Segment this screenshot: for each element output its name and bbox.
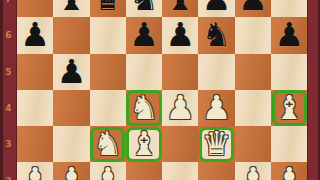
square-e2[interactable] [162,162,198,180]
square-e5[interactable] [162,54,198,90]
square-e4[interactable]: ♟ [162,90,198,126]
square-d4[interactable]: ♞ [126,90,162,126]
white-pawn-piece: ♟ [166,90,196,126]
square-c5[interactable] [90,54,126,90]
chess-board: ♝♛♞♝♟♟♟♟♟♞♟♟♞♟♟♝♞♝♛♟♟♟♟♟ [17,0,307,180]
square-c7[interactable]: ♛ [90,0,126,17]
white-pawn-piece: ♟ [93,162,123,180]
white-pawn-piece: ♟ [238,162,268,180]
square-g3[interactable] [235,126,271,162]
white-pawn-piece: ♟ [57,162,87,180]
square-a5[interactable] [17,54,53,90]
square-b5[interactable]: ♟ [53,54,89,90]
black-bishop-piece: ♝ [57,0,87,17]
white-pawn-piece: ♟ [202,90,232,126]
rank-label-4: 4 [0,103,17,113]
square-c4[interactable] [90,90,126,126]
white-knight-piece: ♞ [93,126,123,162]
square-g6[interactable] [235,17,271,53]
black-pawn-piece: ♟ [57,54,87,90]
square-g2[interactable]: ♟ [235,162,271,180]
square-f6[interactable]: ♞ [198,17,234,53]
square-d3[interactable]: ♝ [126,126,162,162]
square-c2[interactable]: ♟ [90,162,126,180]
black-pawn-piece: ♟ [166,17,196,53]
square-h2[interactable]: ♟ [271,162,307,180]
black-queen-piece: ♛ [93,0,123,17]
square-a6[interactable]: ♟ [17,17,53,53]
square-g7[interactable]: ♟ [235,0,271,17]
rank-label-5: 5 [0,67,17,77]
square-f4[interactable]: ♟ [198,90,234,126]
square-h5[interactable] [271,54,307,90]
square-b2[interactable]: ♟ [53,162,89,180]
square-h4[interactable]: ♝ [271,90,307,126]
frame-left-edge-shade [0,0,3,180]
square-c6[interactable] [90,17,126,53]
rank-label-2: 2 [0,176,17,180]
white-pawn-piece: ♟ [20,162,50,180]
black-pawn-piece: ♟ [20,17,50,53]
square-f5[interactable] [198,54,234,90]
board-frame: ♝♛♞♝♟♟♟♟♟♞♟♟♞♟♟♝♞♝♛♟♟♟♟♟ 765432 [0,0,320,180]
white-knight-piece: ♞ [129,90,159,126]
square-f2[interactable] [198,162,234,180]
rank-label-3: 3 [0,139,17,149]
white-bishop-piece: ♝ [129,126,159,162]
square-g4[interactable] [235,90,271,126]
square-d5[interactable] [126,54,162,90]
rank-label-6: 6 [0,30,17,40]
square-d2[interactable] [126,162,162,180]
square-c3[interactable]: ♞ [90,126,126,162]
square-e3[interactable] [162,126,198,162]
square-a2[interactable]: ♟ [17,162,53,180]
square-b4[interactable] [53,90,89,126]
square-g5[interactable] [235,54,271,90]
black-pawn-piece: ♟ [238,0,268,17]
black-pawn-piece: ♟ [274,17,304,53]
black-knight-piece: ♞ [202,17,232,53]
square-d6[interactable]: ♟ [126,17,162,53]
square-h6[interactable]: ♟ [271,17,307,53]
square-a3[interactable] [17,126,53,162]
square-b7[interactable]: ♝ [53,0,89,17]
white-bishop-piece: ♝ [274,90,304,126]
white-pawn-piece: ♟ [274,162,304,180]
black-pawn-piece: ♟ [129,17,159,53]
square-b3[interactable] [53,126,89,162]
rank-label-7: 7 [0,0,17,4]
square-a4[interactable] [17,90,53,126]
square-e6[interactable]: ♟ [162,17,198,53]
square-h3[interactable] [271,126,307,162]
square-f3[interactable]: ♛ [198,126,234,162]
white-queen-piece: ♛ [202,126,232,162]
square-b6[interactable] [53,17,89,53]
